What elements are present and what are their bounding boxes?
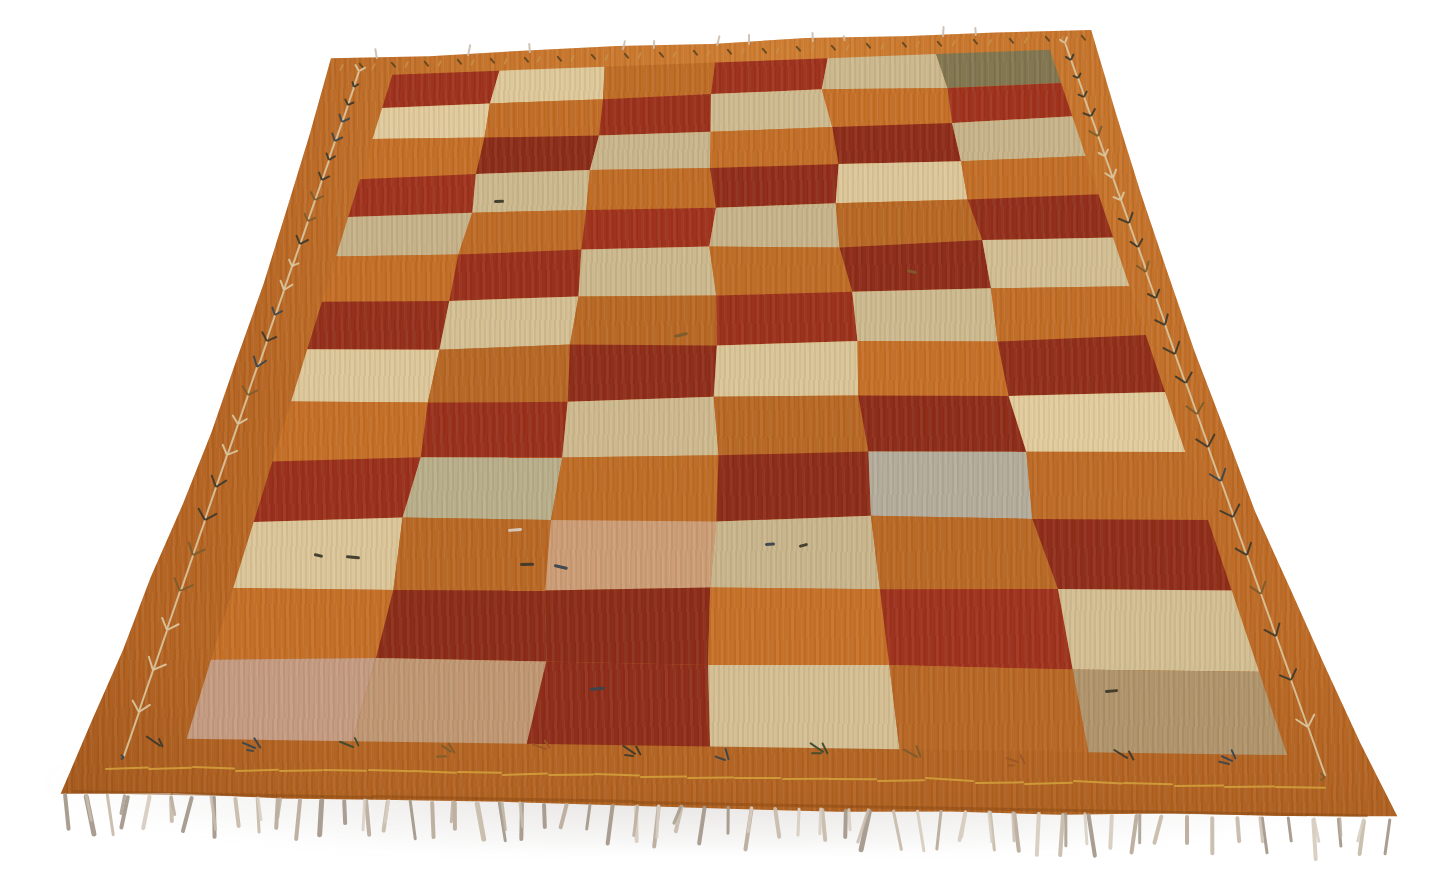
bottom-gold-line: [687, 776, 734, 778]
bottom-edge-binding: [741, 803, 798, 807]
bottom-edge-binding: [321, 795, 374, 799]
fringe-tuft: [726, 806, 730, 835]
bottom-edge-binding: [633, 801, 689, 805]
fringe-tuft: [1210, 816, 1215, 855]
bottom-edge-binding: [795, 804, 852, 808]
field-speck: [494, 200, 504, 203]
fringe-tuft: [1185, 815, 1189, 845]
field-speck: [520, 562, 534, 565]
fringe-tuft-top: [974, 27, 977, 36]
fringe-tuft-top: [812, 32, 815, 42]
fringe-tuft-top: [748, 34, 750, 45]
fringe-tuft-top: [528, 44, 531, 54]
fringe-tuft: [1138, 814, 1141, 845]
bottom-gold-line: [1173, 785, 1223, 787]
bottom-edge-binding: [122, 791, 173, 795]
fringe-tuft: [342, 799, 347, 825]
bottom-gold-line: [1275, 786, 1326, 789]
bottom-gold-line: [734, 777, 781, 779]
bottom-edge-binding: [221, 793, 273, 797]
bottom-gold-line: [975, 781, 1024, 784]
fringe-tuft-top: [374, 48, 378, 60]
bottom-gold-line: [279, 769, 323, 772]
bottom-edge-binding: [271, 794, 324, 798]
fringe-tuft: [1064, 812, 1067, 847]
field-speck: [764, 542, 774, 545]
bottom-edge-binding: [73, 790, 124, 794]
bottom-gold-line: [640, 775, 687, 778]
bottom-edge-binding: [171, 792, 223, 796]
bottom-sprig-stroke: [811, 752, 822, 754]
rug-photo-canvas: [0, 0, 1434, 896]
bottom-edge-binding: [687, 802, 743, 806]
bottom-edge-binding: [850, 805, 908, 809]
